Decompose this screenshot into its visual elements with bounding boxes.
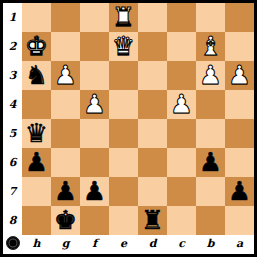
square-h5[interactable]: ♛ — [22, 119, 51, 148]
square-c2[interactable] — [167, 32, 196, 61]
file-label-e: e — [109, 237, 138, 250]
square-f1[interactable] — [80, 3, 109, 32]
piece-black-pawn[interactable]: ♟ — [54, 177, 77, 206]
piece-white-queen[interactable]: ♛ — [112, 32, 135, 61]
square-c1[interactable] — [167, 3, 196, 32]
square-a7[interactable]: ♟ — [225, 177, 254, 206]
square-f6[interactable] — [80, 148, 109, 177]
square-g6[interactable] — [51, 148, 80, 177]
square-c8[interactable] — [167, 206, 196, 235]
move-indicator-cell — [3, 236, 22, 250]
square-b2[interactable]: ♝ — [196, 32, 225, 61]
rank-label-2: 2 — [3, 32, 22, 61]
square-d8[interactable]: ♜ — [138, 206, 167, 235]
rank-label-8: 8 — [3, 206, 22, 235]
square-e1[interactable]: ♜ — [109, 3, 138, 32]
square-d5[interactable] — [138, 119, 167, 148]
square-e6[interactable] — [109, 148, 138, 177]
rank-label-1: 1 — [3, 3, 22, 32]
square-e5[interactable] — [109, 119, 138, 148]
square-c7[interactable] — [167, 177, 196, 206]
square-d4[interactable] — [138, 90, 167, 119]
square-f3[interactable] — [80, 61, 109, 90]
square-g4[interactable] — [51, 90, 80, 119]
square-d7[interactable] — [138, 177, 167, 206]
square-h3[interactable]: ♞ — [22, 61, 51, 90]
rank-label-5: 5 — [3, 119, 22, 148]
square-a8[interactable] — [225, 206, 254, 235]
rank-label-4: 4 — [3, 90, 22, 119]
square-h4[interactable] — [22, 90, 51, 119]
square-h7[interactable] — [22, 177, 51, 206]
piece-black-knight[interactable]: ♞ — [25, 61, 48, 90]
square-d6[interactable] — [138, 148, 167, 177]
rank-labels: 12345678 — [3, 3, 22, 235]
square-a1[interactable] — [225, 3, 254, 32]
square-h8[interactable] — [22, 206, 51, 235]
rank-label-3: 3 — [3, 61, 22, 90]
square-f5[interactable] — [80, 119, 109, 148]
square-h2[interactable]: ♚ — [22, 32, 51, 61]
piece-black-queen[interactable]: ♛ — [25, 119, 48, 148]
file-label-h: h — [22, 237, 51, 250]
square-b3[interactable]: ♟ — [196, 61, 225, 90]
square-c4[interactable]: ♟ — [167, 90, 196, 119]
square-d3[interactable] — [138, 61, 167, 90]
square-e7[interactable] — [109, 177, 138, 206]
square-e2[interactable]: ♛ — [109, 32, 138, 61]
square-d2[interactable] — [138, 32, 167, 61]
square-a2[interactable] — [225, 32, 254, 61]
square-a6[interactable] — [225, 148, 254, 177]
piece-white-pawn[interactable]: ♟ — [83, 90, 106, 119]
piece-white-king[interactable]: ♚ — [25, 32, 48, 61]
file-label-b: b — [196, 237, 225, 250]
file-label-g: g — [51, 237, 80, 250]
chess-diagram: 12345678 ♜♚♛♝♞♟♟♟♟♟♛♟♟♟♟♟♚♜ hgfedcba — [0, 0, 257, 257]
square-f4[interactable]: ♟ — [80, 90, 109, 119]
square-c6[interactable] — [167, 148, 196, 177]
piece-black-pawn[interactable]: ♟ — [25, 148, 48, 177]
square-g3[interactable]: ♟ — [51, 61, 80, 90]
square-g8[interactable]: ♚ — [51, 206, 80, 235]
square-e8[interactable] — [109, 206, 138, 235]
piece-black-pawn[interactable]: ♟ — [228, 177, 251, 206]
square-b1[interactable] — [196, 3, 225, 32]
piece-black-pawn[interactable]: ♟ — [83, 177, 106, 206]
piece-white-pawn[interactable]: ♟ — [228, 61, 251, 90]
square-h1[interactable] — [22, 3, 51, 32]
square-f7[interactable]: ♟ — [80, 177, 109, 206]
file-label-a: a — [225, 237, 254, 250]
square-g2[interactable] — [51, 32, 80, 61]
square-c3[interactable] — [167, 61, 196, 90]
piece-black-rook[interactable]: ♜ — [141, 206, 164, 235]
square-a4[interactable] — [225, 90, 254, 119]
file-label-f: f — [80, 237, 109, 250]
square-b8[interactable] — [196, 206, 225, 235]
square-b5[interactable] — [196, 119, 225, 148]
square-b4[interactable] — [196, 90, 225, 119]
rank-label-6: 6 — [3, 148, 22, 177]
file-label-d: d — [138, 237, 167, 250]
piece-white-bishop[interactable]: ♝ — [199, 32, 222, 61]
piece-white-pawn[interactable]: ♟ — [170, 90, 193, 119]
piece-white-pawn[interactable]: ♟ — [199, 61, 222, 90]
square-a5[interactable] — [225, 119, 254, 148]
square-e4[interactable] — [109, 90, 138, 119]
file-label-c: c — [167, 237, 196, 250]
piece-black-pawn[interactable]: ♟ — [199, 148, 222, 177]
square-f8[interactable] — [80, 206, 109, 235]
chess-board: ♜♚♛♝♞♟♟♟♟♟♛♟♟♟♟♟♚♜ — [22, 3, 254, 235]
bottom-strip: hgfedcba — [3, 235, 254, 251]
square-c5[interactable] — [167, 119, 196, 148]
rank-label-7: 7 — [3, 177, 22, 206]
piece-white-rook[interactable]: ♜ — [112, 3, 135, 32]
square-f2[interactable] — [80, 32, 109, 61]
piece-white-pawn[interactable]: ♟ — [54, 61, 77, 90]
square-b7[interactable] — [196, 177, 225, 206]
square-e3[interactable] — [109, 61, 138, 90]
square-b6[interactable]: ♟ — [196, 148, 225, 177]
square-d1[interactable] — [138, 3, 167, 32]
square-g1[interactable] — [51, 3, 80, 32]
black-to-move-indicator — [6, 236, 20, 250]
square-a3[interactable]: ♟ — [225, 61, 254, 90]
square-g7[interactable]: ♟ — [51, 177, 80, 206]
square-h6[interactable]: ♟ — [22, 148, 51, 177]
square-g5[interactable] — [51, 119, 80, 148]
piece-black-king[interactable]: ♚ — [54, 206, 77, 235]
